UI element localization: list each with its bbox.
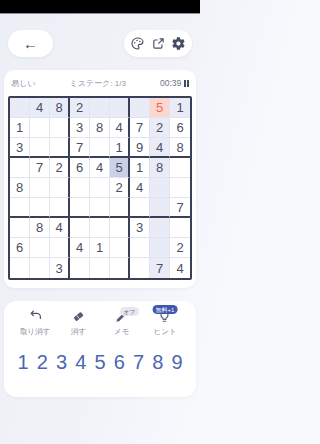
board-cell-r4c6[interactable]: 5 [110, 158, 130, 178]
board-cell-r5c1[interactable]: 8 [10, 178, 30, 198]
board-cell-r2c1[interactable]: 1 [10, 118, 30, 138]
status-row: 易しい ミステーク: 1/3 00:39 [4, 70, 196, 96]
board-cell-r1c2[interactable]: 4 [30, 98, 50, 118]
board-cell-r2c2[interactable] [30, 118, 50, 138]
toolbar: 取り消す 消す オフ メモ 無料+1 ヒント [4, 301, 196, 337]
hint-free-badge: 無料+1 [153, 305, 178, 314]
pause-button[interactable] [184, 80, 189, 87]
board-cell-r4c8[interactable]: 8 [150, 158, 170, 178]
board-cell-r5c3[interactable] [50, 178, 70, 198]
numpad-key-4[interactable]: 4 [73, 351, 89, 374]
board-cell-r6c6[interactable] [110, 198, 130, 218]
board-cell-r1c9[interactable]: 1 [170, 98, 190, 118]
board-cell-r7c4[interactable] [70, 218, 90, 238]
board-cell-r6c1[interactable] [10, 198, 30, 218]
board-cell-r3c7[interactable]: 9 [130, 138, 150, 158]
numpad-key-9[interactable]: 9 [169, 351, 185, 374]
board-cell-r8c9[interactable]: 2 [170, 238, 190, 258]
memo-button[interactable]: オフ メモ [101, 309, 143, 337]
board-cell-r5c8[interactable] [150, 178, 170, 198]
settings-icon[interactable] [171, 36, 186, 51]
board-cell-r3c8[interactable]: 4 [150, 138, 170, 158]
difficulty-label: 易しい [11, 78, 35, 89]
undo-button[interactable]: 取り消す [14, 309, 56, 337]
board-cell-r9c2[interactable] [30, 258, 50, 278]
numpad-key-2[interactable]: 2 [34, 351, 50, 374]
board-cell-r4c2[interactable]: 7 [30, 158, 50, 178]
board-cell-r7c5[interactable] [90, 218, 110, 238]
board-cell-r2c3[interactable] [50, 118, 70, 138]
board-cell-r2c4[interactable]: 3 [70, 118, 90, 138]
board-cell-r7c8[interactable] [150, 218, 170, 238]
board-cell-r2c9[interactable]: 6 [170, 118, 190, 138]
hint-label: ヒント [153, 327, 176, 337]
memo-label: メモ [114, 327, 129, 337]
board-cell-r3c6[interactable]: 1 [110, 138, 130, 158]
memo-off-badge: オフ [120, 307, 138, 316]
board-cell-r8c4[interactable]: 4 [70, 238, 90, 258]
timer: 00:39 [160, 78, 181, 88]
board-cell-r4c9[interactable] [170, 158, 190, 178]
open-in-new-icon[interactable] [151, 36, 166, 51]
board-cell-r8c5[interactable]: 1 [90, 238, 110, 258]
board-cell-r5c6[interactable]: 2 [110, 178, 130, 198]
board-cell-r3c3[interactable] [50, 138, 70, 158]
board-cell-r1c7[interactable] [130, 98, 150, 118]
board-cell-r9c9[interactable]: 4 [170, 258, 190, 278]
board-cell-r7c2[interactable]: 8 [30, 218, 50, 238]
header: ← [8, 30, 192, 57]
board-cell-r4c4[interactable]: 6 [70, 158, 90, 178]
numpad-key-7[interactable]: 7 [131, 351, 147, 374]
board-cell-r4c1[interactable] [10, 158, 30, 178]
board-cell-r5c9[interactable] [170, 178, 190, 198]
board-cell-r1c1[interactable] [10, 98, 30, 118]
board-cell-r1c4[interactable]: 2 [70, 98, 90, 118]
board-cell-r9c3[interactable]: 3 [50, 258, 70, 278]
board-cell-r5c4[interactable] [70, 178, 90, 198]
board-cell-r1c5[interactable] [90, 98, 110, 118]
board-cell-r8c2[interactable] [30, 238, 50, 258]
board-cell-r6c7[interactable] [130, 198, 150, 218]
board-cell-r2c8[interactable]: 2 [150, 118, 170, 138]
hint-button[interactable]: 無料+1 ヒント [144, 309, 186, 337]
numpad-key-1[interactable]: 1 [15, 351, 31, 374]
board-cell-r3c1[interactable]: 3 [10, 138, 30, 158]
back-button[interactable]: ← [8, 30, 53, 57]
board-cell-r9c5[interactable] [90, 258, 110, 278]
board-cell-r5c5[interactable] [90, 178, 110, 198]
board-cell-r9c6[interactable] [110, 258, 130, 278]
board-cell-r6c2[interactable] [30, 198, 50, 218]
game-card: 易しい ミステーク: 1/3 00:39 4825113847263719487… [4, 70, 196, 288]
board-cell-r3c2[interactable] [30, 138, 50, 158]
board-cell-r4c3[interactable]: 2 [50, 158, 70, 178]
board-cell-r9c8[interactable]: 7 [150, 258, 170, 278]
mistakes-counter: ミステーク: 1/3 [70, 78, 126, 89]
board-cell-r5c2[interactable] [30, 178, 50, 198]
board-cell-r4c5[interactable]: 4 [90, 158, 110, 178]
number-pad: 123456789 [4, 337, 196, 374]
board-cell-r8c1[interactable]: 6 [10, 238, 30, 258]
board-cell-r8c6[interactable] [110, 238, 130, 258]
sudoku-board: 482511384726371948726451882478436412374 [8, 96, 192, 280]
board-cell-r7c6[interactable] [110, 218, 130, 238]
board-cell-r3c9[interactable]: 8 [170, 138, 190, 158]
board-cell-r8c8[interactable] [150, 238, 170, 258]
board-cell-r1c6[interactable] [110, 98, 130, 118]
eraser-icon [71, 309, 86, 324]
numpad-key-6[interactable]: 6 [111, 351, 127, 374]
numpad-key-8[interactable]: 8 [150, 351, 166, 374]
tool-card: 取り消す 消す オフ メモ 無料+1 ヒント [4, 301, 196, 397]
board-cell-r6c4[interactable] [70, 198, 90, 218]
board-cell-r6c8[interactable] [150, 198, 170, 218]
board-cell-r9c1[interactable] [10, 258, 30, 278]
board-cell-r6c3[interactable] [50, 198, 70, 218]
back-arrow-icon: ← [23, 36, 38, 51]
board-cell-r8c7[interactable] [130, 238, 150, 258]
header-actions [124, 30, 192, 57]
board-cell-r1c3[interactable]: 8 [50, 98, 70, 118]
board-cell-r7c3[interactable]: 4 [50, 218, 70, 238]
board-cell-r3c4[interactable]: 7 [70, 138, 90, 158]
undo-icon [28, 309, 43, 324]
board-cell-r2c7[interactable]: 7 [130, 118, 150, 138]
board-cell-r5c7[interactable]: 4 [130, 178, 150, 198]
board-cell-r6c5[interactable] [90, 198, 110, 218]
numpad-key-3[interactable]: 3 [54, 351, 70, 374]
board-cell-r2c5[interactable]: 8 [90, 118, 110, 138]
numpad-key-5[interactable]: 5 [92, 351, 108, 374]
board-cell-r9c4[interactable] [70, 258, 90, 278]
palette-icon[interactable] [130, 36, 145, 51]
board-cell-r7c1[interactable] [10, 218, 30, 238]
undo-label: 取り消す [20, 327, 50, 337]
board-cell-r4c7[interactable]: 1 [130, 158, 150, 178]
board-cell-r3c5[interactable] [90, 138, 110, 158]
system-status-bar [0, 0, 200, 14]
board-cell-r7c7[interactable]: 3 [130, 218, 150, 238]
board-cell-r9c7[interactable] [130, 258, 150, 278]
erase-label: 消す [71, 327, 86, 337]
board-cell-r7c9[interactable] [170, 218, 190, 238]
board-cell-r2c6[interactable]: 4 [110, 118, 130, 138]
board-cell-r8c3[interactable] [50, 238, 70, 258]
erase-button[interactable]: 消す [57, 309, 99, 337]
board-cell-r1c8[interactable]: 5 [150, 98, 170, 118]
board-cell-r6c9[interactable]: 7 [170, 198, 190, 218]
